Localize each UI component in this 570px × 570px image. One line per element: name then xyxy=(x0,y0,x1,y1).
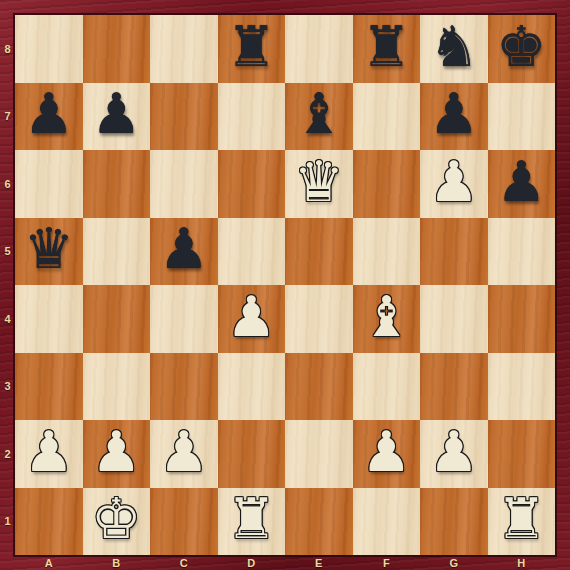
rank-label-6: 6 xyxy=(0,150,15,218)
square-d8[interactable]: ♜ xyxy=(218,15,286,83)
square-c1[interactable] xyxy=(150,488,218,556)
square-d7[interactable] xyxy=(218,83,286,151)
square-e4[interactable] xyxy=(285,285,353,353)
square-b8[interactable] xyxy=(83,15,151,83)
square-b4[interactable] xyxy=(83,285,151,353)
piece-white-pawn[interactable]: ♟ xyxy=(24,424,74,480)
piece-black-pawn[interactable]: ♟ xyxy=(496,154,546,210)
piece-white-bishop[interactable]: ♝ xyxy=(361,289,411,345)
piece-white-pawn[interactable]: ♟ xyxy=(361,424,411,480)
square-b3[interactable] xyxy=(83,353,151,421)
square-f2[interactable]: ♟ xyxy=(353,420,421,488)
square-e1[interactable] xyxy=(285,488,353,556)
square-g3[interactable] xyxy=(420,353,488,421)
file-label-f: F xyxy=(353,555,421,570)
piece-white-rook[interactable]: ♜ xyxy=(496,491,546,547)
square-d2[interactable] xyxy=(218,420,286,488)
square-a8[interactable] xyxy=(15,15,83,83)
file-label-a: A xyxy=(15,555,83,570)
square-b1[interactable]: ♚ xyxy=(83,488,151,556)
piece-white-queen[interactable]: ♛ xyxy=(294,154,344,210)
square-c5[interactable]: ♟ xyxy=(150,218,218,286)
square-g5[interactable] xyxy=(420,218,488,286)
rank-label-8: 8 xyxy=(0,15,15,83)
square-e5[interactable] xyxy=(285,218,353,286)
square-c8[interactable] xyxy=(150,15,218,83)
square-a6[interactable] xyxy=(15,150,83,218)
square-b5[interactable] xyxy=(83,218,151,286)
piece-white-pawn[interactable]: ♟ xyxy=(226,289,276,345)
square-a5[interactable]: ♛ xyxy=(15,218,83,286)
piece-black-pawn[interactable]: ♟ xyxy=(159,221,209,277)
piece-black-knight[interactable]: ♞ xyxy=(429,19,479,75)
rank-label-7: 7 xyxy=(0,83,15,151)
square-h5[interactable] xyxy=(488,218,556,286)
square-g7[interactable]: ♟ xyxy=(420,83,488,151)
rank-label-3: 3 xyxy=(0,353,15,421)
square-a3[interactable] xyxy=(15,353,83,421)
square-a4[interactable] xyxy=(15,285,83,353)
square-f7[interactable] xyxy=(353,83,421,151)
piece-black-bishop[interactable]: ♝ xyxy=(294,86,344,142)
square-g1[interactable] xyxy=(420,488,488,556)
square-f8[interactable]: ♜ xyxy=(353,15,421,83)
piece-black-pawn[interactable]: ♟ xyxy=(24,86,74,142)
rank-label-2: 2 xyxy=(0,420,15,488)
square-d4[interactable]: ♟ xyxy=(218,285,286,353)
file-label-d: D xyxy=(218,555,286,570)
square-a7[interactable]: ♟ xyxy=(15,83,83,151)
square-h2[interactable] xyxy=(488,420,556,488)
square-b7[interactable]: ♟ xyxy=(83,83,151,151)
square-f6[interactable] xyxy=(353,150,421,218)
file-label-e: E xyxy=(285,555,353,570)
square-e3[interactable] xyxy=(285,353,353,421)
chessboard-frame: ♜♜♞♚♟♟♝♟♛♟♟♛♟♟♝♟♟♟♟♟♚♜♜ 87654321 ABCDEFG… xyxy=(0,0,570,570)
square-h3[interactable] xyxy=(488,353,556,421)
file-label-g: G xyxy=(420,555,488,570)
square-e7[interactable]: ♝ xyxy=(285,83,353,151)
file-label-h: H xyxy=(488,555,556,570)
piece-black-pawn[interactable]: ♟ xyxy=(91,86,141,142)
square-e8[interactable] xyxy=(285,15,353,83)
piece-black-queen[interactable]: ♛ xyxy=(24,221,74,277)
square-e6[interactable]: ♛ xyxy=(285,150,353,218)
square-d5[interactable] xyxy=(218,218,286,286)
piece-white-pawn[interactable]: ♟ xyxy=(429,424,479,480)
square-g8[interactable]: ♞ xyxy=(420,15,488,83)
square-e2[interactable] xyxy=(285,420,353,488)
square-b2[interactable]: ♟ xyxy=(83,420,151,488)
square-c4[interactable] xyxy=(150,285,218,353)
square-f4[interactable]: ♝ xyxy=(353,285,421,353)
square-c3[interactable] xyxy=(150,353,218,421)
square-h7[interactable] xyxy=(488,83,556,151)
square-h8[interactable]: ♚ xyxy=(488,15,556,83)
square-f3[interactable] xyxy=(353,353,421,421)
piece-black-rook[interactable]: ♜ xyxy=(361,19,411,75)
square-f5[interactable] xyxy=(353,218,421,286)
rank-label-5: 5 xyxy=(0,218,15,286)
square-b6[interactable] xyxy=(83,150,151,218)
square-g2[interactable]: ♟ xyxy=(420,420,488,488)
square-h1[interactable]: ♜ xyxy=(488,488,556,556)
rank-label-4: 4 xyxy=(0,285,15,353)
piece-white-rook[interactable]: ♜ xyxy=(226,491,276,547)
piece-black-rook[interactable]: ♜ xyxy=(226,19,276,75)
square-g4[interactable] xyxy=(420,285,488,353)
piece-white-king[interactable]: ♚ xyxy=(91,491,141,547)
chessboard: ♜♜♞♚♟♟♝♟♛♟♟♛♟♟♝♟♟♟♟♟♚♜♜ xyxy=(15,15,555,555)
square-h6[interactable]: ♟ xyxy=(488,150,556,218)
piece-white-pawn[interactable]: ♟ xyxy=(429,154,479,210)
square-g6[interactable]: ♟ xyxy=(420,150,488,218)
piece-white-pawn[interactable]: ♟ xyxy=(91,424,141,480)
file-label-b: B xyxy=(83,555,151,570)
piece-black-king[interactable]: ♚ xyxy=(496,19,546,75)
piece-white-pawn[interactable]: ♟ xyxy=(159,424,209,480)
piece-black-pawn[interactable]: ♟ xyxy=(429,86,479,142)
square-c7[interactable] xyxy=(150,83,218,151)
square-d6[interactable] xyxy=(218,150,286,218)
square-d1[interactable]: ♜ xyxy=(218,488,286,556)
square-a2[interactable]: ♟ xyxy=(15,420,83,488)
square-c2[interactable]: ♟ xyxy=(150,420,218,488)
square-c6[interactable] xyxy=(150,150,218,218)
rank-label-1: 1 xyxy=(0,488,15,556)
file-label-c: C xyxy=(150,555,218,570)
square-a1[interactable] xyxy=(15,488,83,556)
square-d3[interactable] xyxy=(218,353,286,421)
square-f1[interactable] xyxy=(353,488,421,556)
square-h4[interactable] xyxy=(488,285,556,353)
